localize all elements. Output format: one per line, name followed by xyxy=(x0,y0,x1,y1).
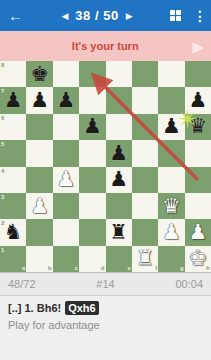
turn-banner: It's your turn ▶ xyxy=(0,31,211,61)
coord-file-b: b xyxy=(48,265,52,271)
white-pawn-g2[interactable]: ♟ xyxy=(162,222,181,243)
square-h4[interactable] xyxy=(185,167,211,193)
square-b8[interactable]: ♚ xyxy=(26,61,52,87)
square-f4[interactable] xyxy=(132,167,158,193)
grid-dot xyxy=(176,16,181,21)
task-text: Play for advantage xyxy=(8,319,203,331)
white-king-h1[interactable]: ♚ xyxy=(188,248,207,269)
square-a5[interactable]: 5 xyxy=(0,140,26,166)
square-a6[interactable]: 6 xyxy=(0,114,26,140)
current-move-chip[interactable]: Qxh6 xyxy=(65,301,99,315)
black-pawn-c7[interactable]: ♟ xyxy=(57,90,76,111)
square-g7[interactable] xyxy=(158,87,184,113)
square-b6[interactable] xyxy=(26,114,52,140)
next-puzzle-icon[interactable]: ▶ xyxy=(126,11,133,21)
chess-board: 8♚7♟♟♟♟6♟♟♛5♟4♟♟3♟♛2♞♜♟♟1abcdef♜gh♚ xyxy=(0,61,211,272)
black-pawn-d6[interactable]: ♟ xyxy=(83,116,102,137)
square-h7[interactable]: ♟ xyxy=(185,87,211,113)
square-c6[interactable] xyxy=(53,114,79,140)
coord-file-f: f xyxy=(155,265,157,271)
back-arrow-icon[interactable]: ← xyxy=(8,7,30,24)
white-pawn-c4[interactable]: ♟ xyxy=(57,169,76,190)
puzzle-counter: 38 / 50 xyxy=(75,8,118,23)
square-f5[interactable] xyxy=(132,140,158,166)
square-b4[interactable] xyxy=(26,167,52,193)
square-b5[interactable] xyxy=(26,140,52,166)
square-h3[interactable] xyxy=(185,193,211,219)
turn-banner-text: It's your turn xyxy=(0,40,192,52)
coord-file-e: e xyxy=(128,265,131,271)
square-c1[interactable]: c xyxy=(53,246,79,272)
square-c2[interactable] xyxy=(53,219,79,245)
square-a7[interactable]: 7♟ xyxy=(0,87,26,113)
black-rook-e2[interactable]: ♜ xyxy=(109,222,128,243)
square-g8[interactable] xyxy=(158,61,184,87)
square-e6[interactable] xyxy=(106,114,132,140)
square-f8[interactable] xyxy=(132,61,158,87)
square-g2[interactable]: ♟ xyxy=(158,219,184,245)
square-h1[interactable]: h♚ xyxy=(185,246,211,272)
square-b7[interactable]: ♟ xyxy=(26,87,52,113)
square-a1[interactable]: 1a xyxy=(0,246,26,272)
square-e1[interactable]: e xyxy=(106,246,132,272)
square-f7[interactable] xyxy=(132,87,158,113)
coord-rank-1: 1 xyxy=(1,247,4,253)
square-b2[interactable] xyxy=(26,219,52,245)
play-icon[interactable]: ▶ xyxy=(192,39,204,54)
square-h5[interactable] xyxy=(185,140,211,166)
square-e2[interactable]: ♜ xyxy=(106,219,132,245)
coord-rank-3: 3 xyxy=(1,194,4,200)
square-b1[interactable]: b xyxy=(26,246,52,272)
black-pawn-e5[interactable]: ♟ xyxy=(109,143,128,164)
white-pawn-b3[interactable]: ♟ xyxy=(30,196,49,217)
square-c4[interactable]: ♟ xyxy=(53,167,79,193)
square-f1[interactable]: f♜ xyxy=(132,246,158,272)
grid-dot xyxy=(170,16,175,21)
square-e3[interactable] xyxy=(106,193,132,219)
square-f2[interactable] xyxy=(132,219,158,245)
black-pawn-h7[interactable]: ♟ xyxy=(188,90,207,111)
square-a8[interactable]: 8 xyxy=(0,61,26,87)
black-knight-a2[interactable]: ♞ xyxy=(4,222,23,243)
square-g4[interactable] xyxy=(158,167,184,193)
square-d2[interactable] xyxy=(79,219,105,245)
black-pawn-e4[interactable]: ♟ xyxy=(109,169,128,190)
grid-dot xyxy=(170,10,175,15)
coord-file-a: a xyxy=(22,265,25,271)
puzzle-list-grid-icon[interactable] xyxy=(170,10,181,21)
puzzle-number: #14 xyxy=(60,278,151,290)
square-c8[interactable] xyxy=(53,61,79,87)
white-queen-g3[interactable]: ♛ xyxy=(162,196,181,217)
score-progress: 48/72 xyxy=(0,278,60,290)
square-g3[interactable]: ♛ xyxy=(158,193,184,219)
square-b3[interactable]: ♟ xyxy=(26,193,52,219)
square-g6[interactable]: ♟ xyxy=(158,114,184,140)
coord-file-g: g xyxy=(180,265,184,271)
black-pawn-b7[interactable]: ♟ xyxy=(30,90,49,111)
square-f3[interactable] xyxy=(132,193,158,219)
square-d5[interactable] xyxy=(79,140,105,166)
square-e8[interactable] xyxy=(106,61,132,87)
square-d8[interactable] xyxy=(79,61,105,87)
square-h6[interactable]: ♛ xyxy=(185,114,211,140)
coord-file-c: c xyxy=(75,265,78,271)
square-d7[interactable] xyxy=(79,87,105,113)
square-a3[interactable]: 3 xyxy=(0,193,26,219)
grid-dot xyxy=(176,10,181,15)
square-h2[interactable]: ♟ xyxy=(185,219,211,245)
coord-rank-6: 6 xyxy=(1,115,4,121)
square-a2[interactable]: 2♞ xyxy=(0,219,26,245)
square-d1[interactable]: d xyxy=(79,246,105,272)
overflow-menu-icon[interactable]: ⋮ xyxy=(193,8,203,24)
coord-rank-4: 4 xyxy=(1,168,4,174)
square-c7[interactable]: ♟ xyxy=(53,87,79,113)
white-rook-f1[interactable]: ♜ xyxy=(136,248,155,269)
white-pawn-h2[interactable]: ♟ xyxy=(188,222,207,243)
black-pawn-a7[interactable]: ♟ xyxy=(4,90,23,111)
black-pawn-g6[interactable]: ♟ xyxy=(162,116,181,137)
square-d4[interactable] xyxy=(79,167,105,193)
prev-puzzle-icon[interactable]: ◀ xyxy=(61,11,68,21)
moves-prefix: [..] 1. Bh6! xyxy=(8,302,61,314)
move-panel: [..] 1. Bh6! Qxh6 Play for advantage xyxy=(0,296,211,360)
square-c3[interactable] xyxy=(53,193,79,219)
square-f6[interactable] xyxy=(132,114,158,140)
square-e4[interactable]: ♟ xyxy=(106,167,132,193)
black-queen-h6[interactable]: ♛ xyxy=(188,116,207,137)
square-e7[interactable] xyxy=(106,87,132,113)
square-d6[interactable]: ♟ xyxy=(79,114,105,140)
timer: 00:04 xyxy=(151,278,211,290)
coord-rank-5: 5 xyxy=(1,141,4,147)
square-h8[interactable] xyxy=(185,61,211,87)
square-g1[interactable]: g xyxy=(158,246,184,272)
coord-rank-8: 8 xyxy=(1,62,4,68)
black-king-b8[interactable]: ♚ xyxy=(30,64,49,85)
square-g5[interactable] xyxy=(158,140,184,166)
square-e5[interactable]: ♟ xyxy=(106,140,132,166)
puzzle-navigator: ◀ 38 / 50 ▶ xyxy=(30,8,164,23)
status-bar: 48/72 #14 00:04 xyxy=(0,272,211,296)
app-bar: ← ◀ 38 / 50 ▶ ⋮ xyxy=(0,0,211,31)
square-c5[interactable] xyxy=(53,140,79,166)
move-line: [..] 1. Bh6! Qxh6 xyxy=(8,301,203,315)
coord-file-d: d xyxy=(101,265,105,271)
square-a4[interactable]: 4 xyxy=(0,167,26,193)
square-d3[interactable] xyxy=(79,193,105,219)
